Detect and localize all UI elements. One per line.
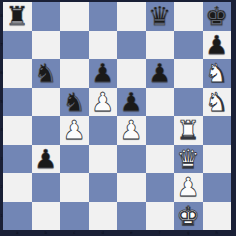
- rank-label-8: 8: [0, 14, 3, 18]
- square-h2[interactable]: [203, 173, 232, 202]
- square-b6[interactable]: ♞: [32, 59, 61, 88]
- square-d7[interactable]: [89, 31, 118, 60]
- square-a3[interactable]: [3, 145, 32, 174]
- rank-label-1: 1: [0, 214, 3, 218]
- rank-label-5: 5: [0, 100, 3, 104]
- file-label-b: b: [32, 230, 61, 235]
- square-g2[interactable]: ♟: [174, 173, 203, 202]
- square-h8[interactable]: ♚: [203, 2, 232, 31]
- piece-black-pawn[interactable]: ♟: [34, 145, 57, 173]
- square-b3[interactable]: ♟: [32, 145, 61, 174]
- square-d6[interactable]: ♟: [89, 59, 118, 88]
- piece-black-knight[interactable]: ♞: [63, 88, 86, 116]
- square-f8[interactable]: ♛: [146, 2, 175, 31]
- piece-black-queen[interactable]: ♛: [148, 2, 171, 30]
- piece-white-queen[interactable]: ♛: [177, 145, 200, 173]
- square-c4[interactable]: ♟: [60, 116, 89, 145]
- piece-white-pawn[interactable]: ♟: [120, 116, 143, 144]
- rank-label-6: 6: [0, 71, 3, 75]
- square-c3[interactable]: [60, 145, 89, 174]
- square-b7[interactable]: [32, 31, 61, 60]
- square-c8[interactable]: [60, 2, 89, 31]
- square-f2[interactable]: [146, 173, 175, 202]
- piece-black-pawn[interactable]: ♟: [120, 88, 143, 116]
- square-c1[interactable]: [60, 202, 89, 231]
- square-a5[interactable]: [3, 88, 32, 117]
- square-h3[interactable]: [203, 145, 232, 174]
- square-h5[interactable]: ♞: [203, 88, 232, 117]
- square-f5[interactable]: [146, 88, 175, 117]
- rank-label-4: 4: [0, 128, 3, 132]
- square-d1[interactable]: [89, 202, 118, 231]
- square-g3[interactable]: ♛: [174, 145, 203, 174]
- square-a8[interactable]: ♜: [3, 2, 32, 31]
- file-label-g: g: [174, 230, 203, 235]
- square-b4[interactable]: [32, 116, 61, 145]
- square-e1[interactable]: [117, 202, 146, 231]
- square-d8[interactable]: [89, 2, 118, 31]
- square-f1[interactable]: [146, 202, 175, 231]
- square-e8[interactable]: [117, 2, 146, 31]
- square-g8[interactable]: [174, 2, 203, 31]
- square-d5[interactable]: ♟: [89, 88, 118, 117]
- square-f3[interactable]: [146, 145, 175, 174]
- square-f4[interactable]: [146, 116, 175, 145]
- rank-label-2: 2: [0, 185, 3, 189]
- chess-board: ♜♛♚♟♞♟♟♞♞♟♟♞♟♟♜♟♛♟♚: [3, 2, 231, 230]
- file-label-a: a: [3, 230, 32, 235]
- square-c5[interactable]: ♞: [60, 88, 89, 117]
- square-c6[interactable]: [60, 59, 89, 88]
- square-g1[interactable]: ♚: [174, 202, 203, 231]
- square-a1[interactable]: [3, 202, 32, 231]
- rank-label-7: 7: [0, 43, 3, 47]
- file-label-h: h: [203, 230, 232, 235]
- piece-black-rook[interactable]: ♜: [6, 2, 29, 30]
- square-g6[interactable]: [174, 59, 203, 88]
- square-b1[interactable]: [32, 202, 61, 231]
- piece-black-king[interactable]: ♚: [205, 2, 228, 30]
- square-b2[interactable]: [32, 173, 61, 202]
- square-c2[interactable]: [60, 173, 89, 202]
- square-f6[interactable]: ♟: [146, 59, 175, 88]
- piece-black-pawn[interactable]: ♟: [148, 59, 171, 87]
- piece-white-knight[interactable]: ♞: [205, 88, 228, 116]
- square-d3[interactable]: [89, 145, 118, 174]
- piece-white-pawn[interactable]: ♟: [63, 116, 86, 144]
- piece-black-pawn[interactable]: ♟: [205, 31, 228, 59]
- square-h6[interactable]: ♞: [203, 59, 232, 88]
- square-h7[interactable]: ♟: [203, 31, 232, 60]
- file-label-c: c: [60, 230, 89, 235]
- chess-board-frame: ♜♛♚♟♞♟♟♞♞♟♟♞♟♟♜♟♛♟♚ 87654321abcdefgh: [0, 0, 236, 236]
- rank-label-3: 3: [0, 157, 3, 161]
- square-e5[interactable]: ♟: [117, 88, 146, 117]
- square-c7[interactable]: [60, 31, 89, 60]
- square-e6[interactable]: [117, 59, 146, 88]
- square-h4[interactable]: [203, 116, 232, 145]
- square-e3[interactable]: [117, 145, 146, 174]
- square-a4[interactable]: [3, 116, 32, 145]
- file-label-f: f: [146, 230, 175, 235]
- piece-white-knight[interactable]: ♞: [205, 59, 228, 87]
- piece-white-king[interactable]: ♚: [177, 202, 200, 230]
- piece-white-pawn[interactable]: ♟: [177, 173, 200, 201]
- square-d4[interactable]: [89, 116, 118, 145]
- square-e2[interactable]: [117, 173, 146, 202]
- square-a7[interactable]: [3, 31, 32, 60]
- square-b8[interactable]: [32, 2, 61, 31]
- piece-black-pawn[interactable]: ♟: [91, 59, 114, 87]
- square-g5[interactable]: [174, 88, 203, 117]
- piece-white-pawn[interactable]: ♟: [91, 88, 114, 116]
- piece-white-rook[interactable]: ♜: [177, 116, 200, 144]
- square-e7[interactable]: [117, 31, 146, 60]
- file-label-d: d: [89, 230, 118, 235]
- file-label-e: e: [117, 230, 146, 235]
- piece-black-knight[interactable]: ♞: [34, 59, 57, 87]
- square-d2[interactable]: [89, 173, 118, 202]
- square-f7[interactable]: [146, 31, 175, 60]
- square-a2[interactable]: [3, 173, 32, 202]
- square-h1[interactable]: [203, 202, 232, 231]
- square-a6[interactable]: [3, 59, 32, 88]
- square-b5[interactable]: [32, 88, 61, 117]
- square-g7[interactable]: [174, 31, 203, 60]
- square-e4[interactable]: ♟: [117, 116, 146, 145]
- square-g4[interactable]: ♜: [174, 116, 203, 145]
